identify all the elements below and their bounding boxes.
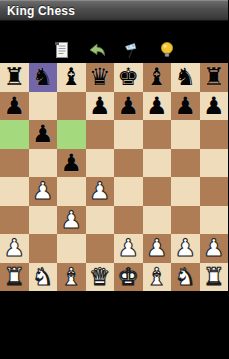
piece-black-rook: ♜ [3, 63, 25, 91]
square-a6[interactable] [0, 120, 29, 149]
square-d8[interactable]: ♛ [86, 63, 115, 92]
square-f2[interactable]: ♟ [143, 234, 172, 263]
square-f7[interactable]: ♟ [143, 92, 172, 121]
square-h2[interactable]: ♟ [200, 234, 229, 263]
title-bar: King Chess [0, 0, 228, 21]
piece-black-bishop: ♝ [146, 63, 168, 91]
piece-white-pawn: ♟ [117, 234, 139, 262]
square-c7[interactable] [57, 92, 86, 121]
square-h8[interactable]: ♜ [200, 63, 229, 92]
square-g2[interactable]: ♟ [171, 234, 200, 263]
piece-black-pawn: ♟ [146, 92, 168, 120]
square-e8[interactable]: ♚ [114, 63, 143, 92]
bottom-space [0, 291, 228, 359]
square-g5[interactable] [171, 149, 200, 178]
square-g3[interactable] [171, 206, 200, 235]
piece-white-knight: ♞ [32, 263, 54, 291]
square-e5[interactable] [114, 149, 143, 178]
square-d7[interactable]: ♟ [86, 92, 115, 121]
square-f1[interactable]: ♝ [143, 263, 172, 292]
square-f5[interactable] [143, 149, 172, 178]
hint-button[interactable] [156, 39, 178, 61]
square-c6[interactable] [57, 120, 86, 149]
square-c1[interactable]: ♝ [57, 263, 86, 292]
square-a7[interactable]: ♟ [0, 92, 29, 121]
piece-black-pawn: ♟ [3, 92, 25, 120]
square-g1[interactable]: ♞ [171, 263, 200, 292]
piece-white-pawn: ♟ [174, 234, 196, 262]
piece-white-pawn: ♟ [3, 234, 25, 262]
piece-black-knight: ♞ [32, 63, 54, 91]
chess-board: ♜♞♝♛♚♝♞♜♟♟♟♟♟♟♟♟♟♟♟♟♟♟♟♟♜♞♝♛♚♝♞♜ [0, 63, 228, 291]
piece-white-bishop: ♝ [60, 263, 82, 291]
square-d6[interactable] [86, 120, 115, 149]
square-d3[interactable] [86, 206, 115, 235]
moves-list-button[interactable] [51, 39, 73, 61]
square-g7[interactable]: ♟ [171, 92, 200, 121]
square-h3[interactable] [200, 206, 229, 235]
piece-white-rook: ♜ [3, 263, 25, 291]
piece-black-pawn: ♟ [203, 92, 225, 120]
moves-list-icon [52, 40, 72, 60]
square-a8[interactable]: ♜ [0, 63, 29, 92]
square-a5[interactable] [0, 149, 29, 178]
piece-white-pawn: ♟ [203, 234, 225, 262]
square-e7[interactable]: ♟ [114, 92, 143, 121]
piece-black-pawn: ♟ [60, 149, 82, 177]
square-h4[interactable] [200, 177, 229, 206]
square-b4[interactable]: ♟ [29, 177, 58, 206]
piece-black-knight: ♞ [174, 63, 196, 91]
square-e1[interactable]: ♚ [114, 263, 143, 292]
piece-black-pawn: ♟ [32, 120, 54, 148]
piece-white-rook: ♜ [203, 263, 225, 291]
piece-white-knight: ♞ [174, 263, 196, 291]
piece-black-rook: ♜ [203, 63, 225, 91]
square-e4[interactable] [114, 177, 143, 206]
piece-white-pawn: ♟ [60, 206, 82, 234]
square-h5[interactable] [200, 149, 229, 178]
square-a2[interactable]: ♟ [0, 234, 29, 263]
square-g4[interactable] [171, 177, 200, 206]
piece-black-bishop: ♝ [60, 63, 82, 91]
piece-black-king: ♚ [117, 63, 139, 91]
square-b7[interactable] [29, 92, 58, 121]
square-g8[interactable]: ♞ [171, 63, 200, 92]
square-e6[interactable] [114, 120, 143, 149]
square-a1[interactable]: ♜ [0, 263, 29, 292]
square-b2[interactable] [29, 234, 58, 263]
square-h6[interactable] [200, 120, 229, 149]
piece-black-pawn: ♟ [117, 92, 139, 120]
square-f4[interactable] [143, 177, 172, 206]
square-f8[interactable]: ♝ [143, 63, 172, 92]
undo-arrow-icon [87, 40, 107, 60]
square-e2[interactable]: ♟ [114, 234, 143, 263]
square-d5[interactable] [86, 149, 115, 178]
piece-black-pawn: ♟ [174, 92, 196, 120]
square-c8[interactable]: ♝ [57, 63, 86, 92]
app-screen: King Chess [0, 0, 228, 359]
square-b5[interactable] [29, 149, 58, 178]
app-title: King Chess [7, 4, 75, 18]
piece-white-pawn: ♟ [89, 177, 111, 205]
square-c5[interactable]: ♟ [57, 149, 86, 178]
square-f6[interactable] [143, 120, 172, 149]
piece-white-pawn: ♟ [32, 177, 54, 205]
square-c3[interactable]: ♟ [57, 206, 86, 235]
square-b8[interactable]: ♞ [29, 63, 58, 92]
square-a3[interactable] [0, 206, 29, 235]
undo-button[interactable] [86, 39, 108, 61]
square-b6[interactable]: ♟ [29, 120, 58, 149]
lightbulb-icon [157, 40, 177, 60]
flag-icon [122, 40, 142, 60]
square-b3[interactable] [29, 206, 58, 235]
resign-flag-button[interactable] [121, 39, 143, 61]
square-h1[interactable]: ♜ [200, 263, 229, 292]
toolbar [0, 21, 228, 63]
square-g6[interactable] [171, 120, 200, 149]
square-d1[interactable]: ♛ [86, 263, 115, 292]
square-f3[interactable] [143, 206, 172, 235]
square-d4[interactable]: ♟ [86, 177, 115, 206]
square-h7[interactable]: ♟ [200, 92, 229, 121]
square-d2[interactable] [86, 234, 115, 263]
piece-white-bishop: ♝ [146, 263, 168, 291]
square-e3[interactable] [114, 206, 143, 235]
square-c2[interactable] [57, 234, 86, 263]
piece-white-king: ♚ [117, 263, 139, 291]
piece-black-pawn: ♟ [89, 92, 111, 120]
square-a4[interactable] [0, 177, 29, 206]
piece-black-queen: ♛ [89, 63, 111, 91]
square-b1[interactable]: ♞ [29, 263, 58, 292]
piece-white-queen: ♛ [89, 263, 111, 291]
square-c4[interactable] [57, 177, 86, 206]
piece-white-pawn: ♟ [146, 234, 168, 262]
